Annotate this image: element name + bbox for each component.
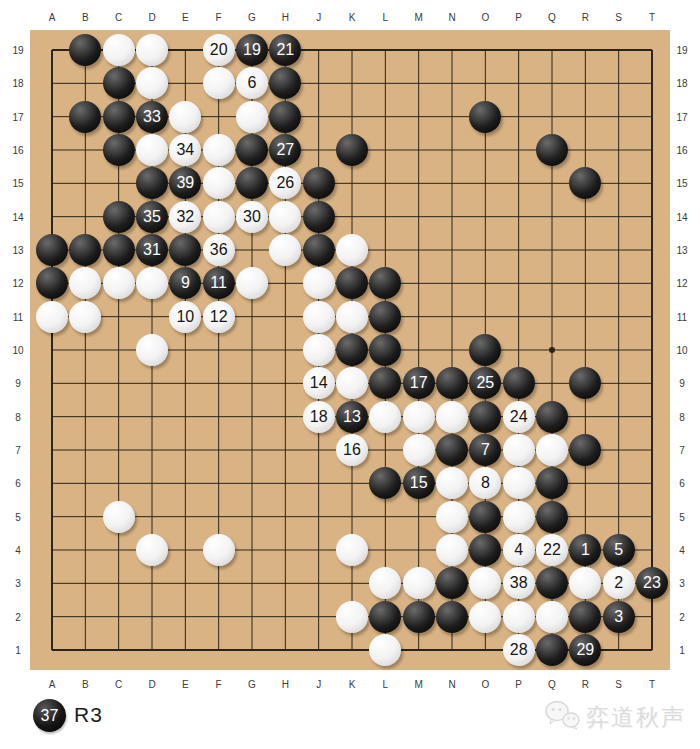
coord-bottom-C: C (115, 679, 122, 690)
coord-top-A: A (49, 12, 56, 23)
stone-J13 (303, 234, 335, 266)
stone-J12 (303, 267, 335, 299)
go-board: 2019216333427392635323031369111012141725… (30, 30, 670, 670)
brand-footer: 弈道秋声 (544, 700, 686, 734)
coord-right-11: 11 (677, 311, 687, 322)
coord-top-E: E (182, 12, 189, 23)
stone-C19 (103, 34, 135, 66)
wechat-icon (544, 700, 580, 734)
coord-bottom-G: G (248, 679, 256, 690)
stone-K2 (336, 601, 368, 633)
stone-M2 (403, 601, 435, 633)
stone-F16 (203, 134, 235, 166)
coord-top-B: B (82, 12, 89, 23)
stone-C16 (103, 134, 135, 166)
stone-O2 (469, 601, 501, 633)
stone-P8: 24 (503, 401, 535, 433)
coord-right-10: 10 (676, 345, 687, 356)
stone-C13 (103, 234, 135, 266)
coord-right-2: 2 (679, 611, 685, 622)
stone-K11 (336, 301, 368, 333)
stone-B17 (69, 101, 101, 133)
stone-D16 (136, 134, 168, 166)
coord-right-15: 15 (676, 178, 687, 189)
stone-J15 (303, 167, 335, 199)
stone-F18 (203, 67, 235, 99)
stone-H14 (269, 201, 301, 233)
stone-F15 (203, 167, 235, 199)
coord-top-L: L (383, 12, 389, 23)
coord-top-S: S (615, 12, 622, 23)
stone-N5 (436, 501, 468, 533)
coord-right-13: 13 (676, 245, 687, 256)
stone-O5 (469, 501, 501, 533)
coord-left-12: 12 (12, 278, 23, 289)
stone-P1: 28 (503, 634, 535, 666)
coord-bottom-M: M (414, 679, 422, 690)
stone-P5 (503, 501, 535, 533)
coord-right-16: 16 (676, 145, 687, 156)
stone-R2 (569, 601, 601, 633)
coord-bottom-N: N (448, 679, 455, 690)
stone-F13: 36 (203, 234, 235, 266)
coord-left-19: 19 (12, 45, 23, 56)
stone-K10 (336, 334, 368, 366)
stone-P2 (503, 601, 535, 633)
stone-E11: 10 (169, 301, 201, 333)
coord-top-T: T (649, 12, 655, 23)
coord-left-18: 18 (12, 78, 23, 89)
stone-G17 (236, 101, 268, 133)
stone-C14 (103, 201, 135, 233)
coord-bottom-O: O (481, 679, 489, 690)
stone-M7 (403, 434, 435, 466)
stone-N4 (436, 534, 468, 566)
coord-left-9: 9 (15, 378, 21, 389)
stone-C17 (103, 101, 135, 133)
coord-left-7: 7 (15, 445, 21, 456)
stone-O8 (469, 401, 501, 433)
stone-D14: 35 (136, 201, 168, 233)
coord-bottom-L: L (383, 679, 389, 690)
coord-bottom-S: S (615, 679, 622, 690)
coord-top-F: F (216, 12, 222, 23)
coord-bottom-D: D (148, 679, 155, 690)
coord-right-18: 18 (676, 78, 687, 89)
caption-coordinate: R3 (74, 703, 103, 727)
stone-Q16 (536, 134, 568, 166)
coord-top-D: D (148, 12, 155, 23)
coord-top-P: P (515, 12, 522, 23)
caption-move-number: 37 (41, 707, 59, 725)
coord-right-14: 14 (676, 211, 687, 222)
stone-K7: 16 (336, 434, 368, 466)
stone-J11 (303, 301, 335, 333)
stone-B11 (69, 301, 101, 333)
coord-left-1: 1 (15, 645, 21, 656)
stone-K4 (336, 534, 368, 566)
coord-bottom-P: P (515, 679, 522, 690)
coord-left-15: 15 (12, 178, 23, 189)
coord-left-4: 4 (15, 545, 21, 556)
coord-top-H: H (282, 12, 289, 23)
stone-K13 (336, 234, 368, 266)
coord-bottom-E: E (182, 679, 189, 690)
coord-left-16: 16 (12, 145, 23, 156)
coord-bottom-F: F (216, 679, 222, 690)
stone-Q5 (536, 501, 568, 533)
coord-bottom-H: H (282, 679, 289, 690)
coord-right-17: 17 (676, 111, 687, 122)
stone-G16 (236, 134, 268, 166)
coord-bottom-R: R (582, 679, 589, 690)
stone-J8: 18 (303, 401, 335, 433)
stone-N8 (436, 401, 468, 433)
stone-N2 (436, 601, 468, 633)
coord-right-5: 5 (679, 511, 685, 522)
stone-P9 (503, 367, 535, 399)
coord-right-4: 4 (679, 545, 685, 556)
coord-top-J: J (316, 12, 321, 23)
stone-C5 (103, 501, 135, 533)
stone-F11: 12 (203, 301, 235, 333)
coord-left-8: 8 (15, 411, 21, 422)
stone-N7 (436, 434, 468, 466)
stone-D19 (136, 34, 168, 66)
stone-C18 (103, 67, 135, 99)
coord-left-5: 5 (15, 511, 21, 522)
stone-Q4: 22 (536, 534, 568, 566)
coord-top-M: M (414, 12, 422, 23)
stone-F12: 11 (203, 267, 235, 299)
stone-L11 (369, 301, 401, 333)
stone-M6: 15 (403, 467, 435, 499)
coord-bottom-T: T (649, 679, 655, 690)
stone-K8: 13 (336, 401, 368, 433)
coord-right-8: 8 (679, 411, 685, 422)
stone-A13 (36, 234, 68, 266)
stone-J14 (303, 201, 335, 233)
stone-P6 (503, 467, 535, 499)
coord-top-R: R (582, 12, 589, 23)
stone-Q1 (536, 634, 568, 666)
stone-M3 (403, 567, 435, 599)
coord-bottom-J: J (316, 679, 321, 690)
coord-right-19: 19 (676, 45, 687, 56)
brand-name: 弈道秋声 (586, 702, 686, 733)
coord-left-6: 6 (15, 478, 21, 489)
coord-top-Q: Q (548, 12, 556, 23)
stone-E17 (169, 101, 201, 133)
coord-right-9: 9 (679, 378, 685, 389)
stone-J10 (303, 334, 335, 366)
stone-F4 (203, 534, 235, 566)
coord-right-7: 7 (679, 445, 685, 456)
coord-left-14: 14 (12, 211, 23, 222)
stone-Q2 (536, 601, 568, 633)
coord-top-K: K (349, 12, 356, 23)
stone-D4 (136, 534, 168, 566)
coord-left-13: 13 (12, 245, 23, 256)
stone-J9: 14 (303, 367, 335, 399)
coord-top-G: G (248, 12, 256, 23)
stone-S2: 3 (603, 601, 635, 633)
stone-M9: 17 (403, 367, 435, 399)
stone-E14: 32 (169, 201, 201, 233)
coord-bottom-A: A (49, 679, 56, 690)
stone-F14 (203, 201, 235, 233)
coord-top-O: O (481, 12, 489, 23)
stone-D10 (136, 334, 168, 366)
coord-left-17: 17 (12, 111, 23, 122)
stone-S3: 2 (603, 567, 635, 599)
coord-left-3: 3 (15, 578, 21, 589)
coord-left-2: 2 (15, 611, 21, 622)
stone-K16 (336, 134, 368, 166)
coord-right-1: 1 (679, 645, 685, 656)
stone-P3: 38 (503, 567, 535, 599)
stone-G19: 19 (236, 34, 268, 66)
stone-P4: 4 (503, 534, 535, 566)
coord-bottom-B: B (82, 679, 89, 690)
stone-L2 (369, 601, 401, 633)
coord-left-10: 10 (12, 345, 23, 356)
coord-right-6: 6 (679, 478, 685, 489)
stone-O17 (469, 101, 501, 133)
caption-move-stone: 37 (33, 699, 66, 732)
stone-G14: 30 (236, 201, 268, 233)
coord-right-12: 12 (676, 278, 687, 289)
coord-left-11: 11 (13, 311, 23, 322)
stone-A11 (36, 301, 68, 333)
stone-S4: 5 (603, 534, 635, 566)
stone-M8 (403, 401, 435, 433)
stone-L8 (369, 401, 401, 433)
stone-D13: 31 (136, 234, 168, 266)
stone-H17 (269, 101, 301, 133)
coord-right-3: 3 (679, 578, 685, 589)
stone-C12 (103, 267, 135, 299)
coord-top-N: N (448, 12, 455, 23)
stone-D17: 33 (136, 101, 168, 133)
stone-Q7 (536, 434, 568, 466)
coord-bottom-Q: Q (548, 679, 556, 690)
coord-top-C: C (115, 12, 122, 23)
kifu-page: 2019216333427392635323031369111012141725… (0, 0, 700, 749)
stone-P7 (503, 434, 535, 466)
stone-F19: 20 (203, 34, 235, 66)
star-point-Q10 (549, 347, 555, 353)
stone-Q8 (536, 401, 568, 433)
coord-bottom-K: K (349, 679, 356, 690)
